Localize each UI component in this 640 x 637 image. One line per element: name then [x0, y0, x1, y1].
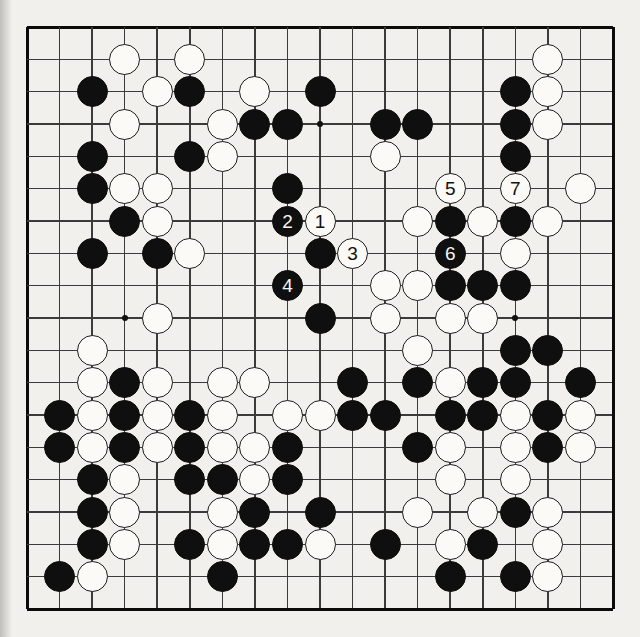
- white-stone: [467, 303, 498, 334]
- white-stone: [565, 432, 596, 463]
- go-board[interactable]: 5721364: [27, 27, 613, 609]
- move-number-label: 4: [282, 276, 293, 295]
- black-stone: [500, 270, 531, 301]
- black-stone: [305, 238, 336, 269]
- white-stone: [467, 206, 498, 237]
- black-stone: [435, 400, 466, 431]
- black-stone: [500, 561, 531, 592]
- black-stone: [174, 529, 205, 560]
- move-number-label: 1: [315, 211, 326, 230]
- white-stone: [305, 529, 336, 560]
- black-stone: [500, 141, 531, 172]
- black-stone: [532, 432, 563, 463]
- white-stone: [532, 44, 563, 75]
- white-stone: [402, 335, 433, 366]
- white-stone: [239, 76, 270, 107]
- black-stone-move-6: 6: [435, 238, 466, 269]
- black-stone: [77, 497, 108, 528]
- white-stone: [207, 367, 238, 398]
- grid-line-vertical: [352, 27, 354, 609]
- white-stone: [532, 497, 563, 528]
- white-stone-move-1: 1: [305, 206, 336, 237]
- black-stone: [77, 76, 108, 107]
- black-stone: [500, 109, 531, 140]
- black-stone: [109, 367, 140, 398]
- white-stone: [207, 529, 238, 560]
- white-stone: [142, 432, 173, 463]
- white-stone: [402, 270, 433, 301]
- black-stone: [532, 335, 563, 366]
- black-stone: [402, 432, 433, 463]
- black-stone: [500, 367, 531, 398]
- white-stone: [500, 464, 531, 495]
- black-stone: [174, 432, 205, 463]
- white-stone: [435, 464, 466, 495]
- white-stone: [402, 206, 433, 237]
- white-stone: [109, 464, 140, 495]
- black-stone: [467, 367, 498, 398]
- white-stone: [435, 367, 466, 398]
- white-stone: [565, 173, 596, 204]
- black-stone: [77, 529, 108, 560]
- black-stone: [272, 432, 303, 463]
- white-stone: [207, 400, 238, 431]
- white-stone: [77, 367, 108, 398]
- white-stone: [402, 497, 433, 528]
- black-stone: [272, 109, 303, 140]
- black-stone: [337, 367, 368, 398]
- black-stone: [44, 561, 75, 592]
- star-point: [512, 315, 518, 321]
- white-stone: [207, 141, 238, 172]
- white-stone: [207, 432, 238, 463]
- white-stone: [239, 432, 270, 463]
- white-stone: [532, 206, 563, 237]
- black-stone: [174, 141, 205, 172]
- black-stone: [500, 497, 531, 528]
- black-stone: [272, 529, 303, 560]
- white-stone: [239, 367, 270, 398]
- white-stone: [207, 109, 238, 140]
- black-stone: [435, 561, 466, 592]
- black-stone: [532, 400, 563, 431]
- white-stone: [77, 432, 108, 463]
- black-stone: [370, 109, 401, 140]
- black-stone-move-4: 4: [272, 270, 303, 301]
- white-stone: [435, 303, 466, 334]
- move-number-label: 3: [347, 243, 358, 262]
- white-stone: [207, 497, 238, 528]
- white-stone: [500, 238, 531, 269]
- black-stone: [370, 529, 401, 560]
- white-stone: [532, 529, 563, 560]
- black-stone: [239, 109, 270, 140]
- white-stone: [109, 44, 140, 75]
- move-number-label: 5: [445, 179, 456, 198]
- white-stone: [142, 173, 173, 204]
- white-stone: [142, 400, 173, 431]
- black-stone: [272, 173, 303, 204]
- black-stone: [272, 464, 303, 495]
- white-stone: [500, 432, 531, 463]
- white-stone: [467, 497, 498, 528]
- go-diagram-page: 5721364: [0, 0, 640, 637]
- white-stone: [142, 206, 173, 237]
- move-number-label: 6: [445, 243, 456, 262]
- black-stone: [44, 432, 75, 463]
- black-stone: [402, 109, 433, 140]
- white-stone: [109, 109, 140, 140]
- black-stone: [500, 76, 531, 107]
- white-stone: [305, 400, 336, 431]
- black-stone: [44, 400, 75, 431]
- black-stone: [142, 238, 173, 269]
- black-stone: [109, 206, 140, 237]
- white-stone: [109, 173, 140, 204]
- white-stone: [435, 529, 466, 560]
- black-stone-move-2: 2: [272, 206, 303, 237]
- white-stone: [532, 561, 563, 592]
- black-stone: [239, 497, 270, 528]
- grid-line-vertical: [612, 27, 615, 609]
- black-stone: [174, 464, 205, 495]
- white-stone: [370, 303, 401, 334]
- white-stone: [174, 44, 205, 75]
- black-stone: [174, 400, 205, 431]
- white-stone: [370, 270, 401, 301]
- white-stone: [239, 464, 270, 495]
- white-stone-move-7: 7: [500, 173, 531, 204]
- grid-line-horizontal: [27, 608, 613, 611]
- white-stone: [142, 76, 173, 107]
- star-point: [122, 315, 128, 321]
- white-stone: [142, 367, 173, 398]
- black-stone: [500, 335, 531, 366]
- black-stone: [305, 303, 336, 334]
- black-stone: [402, 367, 433, 398]
- white-stone-move-5: 5: [435, 173, 466, 204]
- white-stone: [435, 432, 466, 463]
- black-stone: [305, 76, 336, 107]
- star-point: [317, 121, 323, 127]
- black-stone: [467, 529, 498, 560]
- move-number-label: 2: [282, 211, 293, 230]
- black-stone: [435, 206, 466, 237]
- black-stone: [207, 464, 238, 495]
- white-stone: [565, 400, 596, 431]
- white-stone: [142, 303, 173, 334]
- black-stone: [109, 432, 140, 463]
- black-stone: [467, 270, 498, 301]
- move-number-label: 7: [510, 179, 521, 198]
- black-stone: [77, 464, 108, 495]
- black-stone: [77, 141, 108, 172]
- white-stone: [109, 497, 140, 528]
- black-stone: [174, 76, 205, 107]
- white-stone: [77, 335, 108, 366]
- black-stone: [337, 400, 368, 431]
- black-stone: [500, 206, 531, 237]
- black-stone: [305, 497, 336, 528]
- black-stone: [207, 561, 238, 592]
- white-stone: [272, 400, 303, 431]
- black-stone: [239, 529, 270, 560]
- black-stone: [435, 270, 466, 301]
- white-stone: [532, 76, 563, 107]
- white-stone: [174, 238, 205, 269]
- white-stone: [500, 400, 531, 431]
- white-stone-move-3: 3: [337, 238, 368, 269]
- black-stone: [77, 173, 108, 204]
- black-stone: [467, 400, 498, 431]
- black-stone: [77, 238, 108, 269]
- white-stone: [532, 109, 563, 140]
- white-stone: [77, 400, 108, 431]
- black-stone: [565, 367, 596, 398]
- grid-line-vertical: [580, 27, 582, 609]
- black-stone: [109, 400, 140, 431]
- white-stone: [77, 561, 108, 592]
- white-stone: [370, 141, 401, 172]
- white-stone: [109, 529, 140, 560]
- black-stone: [370, 400, 401, 431]
